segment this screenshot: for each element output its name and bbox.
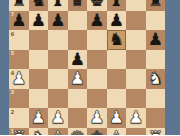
square-f3[interactable] [107,89,127,109]
square-h2[interactable] [146,108,166,128]
square-g5[interactable] [126,50,146,70]
square-f5[interactable] [107,50,127,70]
square-c5[interactable] [48,50,68,70]
square-b8[interactable]: ♞ [29,0,49,11]
square-f1[interactable]: ♝ [107,128,127,136]
square-e4[interactable] [87,69,107,89]
square-a5[interactable]: 5 [9,50,29,70]
piece-white-pawn-b2[interactable]: ♟ [29,108,49,128]
square-g6[interactable] [126,30,146,50]
square-h1[interactable]: ♜ [146,128,166,136]
square-b3[interactable] [29,89,49,109]
piece-black-bishop-f8[interactable]: ♝ [107,0,127,11]
piece-black-bishop-c8[interactable]: ♝ [48,0,68,11]
square-d1[interactable]: ♛ [68,128,88,136]
square-e2[interactable]: ♟ [87,108,107,128]
square-d8[interactable]: ♛ [68,0,88,11]
piece-black-rook-a8[interactable]: ♜ [9,0,29,11]
square-d7[interactable] [68,11,88,31]
square-b6[interactable] [29,30,49,50]
piece-black-king-e8[interactable]: ♚ [87,0,107,11]
square-b7[interactable]: ♟ [29,11,49,31]
square-d6[interactable] [68,30,88,50]
square-c4[interactable] [48,69,68,89]
square-a6[interactable]: 6 [9,30,29,50]
square-h7[interactable] [146,11,166,31]
square-c6[interactable] [48,30,68,50]
square-b4[interactable] [29,69,49,89]
square-g4[interactable] [126,69,146,89]
square-h5[interactable] [146,50,166,70]
piece-white-king-e1[interactable]: ♚ [87,128,107,136]
square-c3[interactable] [48,89,68,109]
square-e6[interactable] [87,30,107,50]
rank-label-6: 6 [11,31,15,37]
square-g7[interactable] [126,11,146,31]
square-g8[interactable] [126,0,146,11]
piece-white-bishop-c1[interactable]: ♝ [48,128,68,136]
piece-black-knight-b8[interactable]: ♞ [29,0,49,11]
square-d3[interactable] [68,89,88,109]
piece-white-pawn-f2[interactable]: ♟ [107,108,127,128]
square-e7[interactable]: ♟ [87,11,107,31]
square-d2[interactable] [68,108,88,128]
piece-black-pawn-b7[interactable]: ♟ [29,11,49,31]
piece-white-pawn-d4[interactable]: ♟ [68,69,88,89]
chess-board[interactable]: ♜♞♝♛♚♝♜7♟♟♟♟♟6♞♟5♟4♟♟♞32♟♟♟♟♟1♜♞♝♛♚♝♜ [9,0,165,135]
square-f2[interactable]: ♟ [107,108,127,128]
piece-black-pawn-e7[interactable]: ♟ [87,11,107,31]
square-g1[interactable] [126,128,146,136]
piece-white-bishop-f1[interactable]: ♝ [107,128,127,136]
rank-label-5: 5 [11,50,15,56]
square-a8[interactable]: ♜ [9,0,29,11]
square-b2[interactable]: ♟ [29,108,49,128]
square-f7[interactable]: ♟ [107,11,127,31]
square-d4[interactable]: ♟ [68,69,88,89]
piece-white-queen-d1[interactable]: ♛ [68,128,88,136]
square-f6[interactable]: ♞ [107,30,127,50]
piece-white-rook-h1[interactable]: ♜ [146,128,166,136]
square-a7[interactable]: 7♟ [9,11,29,31]
piece-black-pawn-d5[interactable]: ♟ [68,50,88,70]
square-e3[interactable] [87,89,107,109]
square-b5[interactable] [29,50,49,70]
square-h3[interactable] [146,89,166,109]
piece-black-queen-d8[interactable]: ♛ [68,0,88,11]
square-g3[interactable] [126,89,146,109]
square-c1[interactable]: ♝ [48,128,68,136]
piece-white-rook-a1[interactable]: ♜ [9,128,29,136]
square-h6[interactable]: ♟ [146,30,166,50]
square-a4[interactable]: 4♟ [9,69,29,89]
piece-black-knight-f6[interactable]: ♞ [107,30,127,50]
square-d5[interactable]: ♟ [68,50,88,70]
square-e1[interactable]: ♚ [87,128,107,136]
square-e5[interactable] [87,50,107,70]
square-g2[interactable]: ♟ [126,108,146,128]
square-h8[interactable]: ♜ [146,0,166,11]
rank-label-3: 3 [11,89,15,95]
piece-white-pawn-a4[interactable]: ♟ [9,69,29,89]
square-a3[interactable]: 3 [9,89,29,109]
piece-black-pawn-f7[interactable]: ♟ [107,11,127,31]
square-a2[interactable]: 2 [9,108,29,128]
piece-white-knight-h4[interactable]: ♞ [146,69,166,89]
square-c8[interactable]: ♝ [48,0,68,11]
piece-black-pawn-a7[interactable]: ♟ [9,11,29,31]
piece-white-knight-b1[interactable]: ♞ [29,128,49,136]
square-f4[interactable] [107,69,127,89]
square-b1[interactable]: ♞ [29,128,49,136]
piece-black-rook-h8[interactable]: ♜ [146,0,166,11]
square-f8[interactable]: ♝ [107,0,127,11]
square-e8[interactable]: ♚ [87,0,107,11]
piece-white-pawn-e2[interactable]: ♟ [87,108,107,128]
piece-white-pawn-c2[interactable]: ♟ [48,108,68,128]
piece-black-pawn-c7[interactable]: ♟ [48,11,68,31]
piece-black-pawn-h6[interactable]: ♟ [146,30,166,50]
rank-label-2: 2 [11,109,15,115]
square-c2[interactable]: ♟ [48,108,68,128]
square-h4[interactable]: ♞ [146,69,166,89]
piece-white-pawn-g2[interactable]: ♟ [126,108,146,128]
square-a1[interactable]: 1♜ [9,128,29,136]
square-c7[interactable]: ♟ [48,11,68,31]
